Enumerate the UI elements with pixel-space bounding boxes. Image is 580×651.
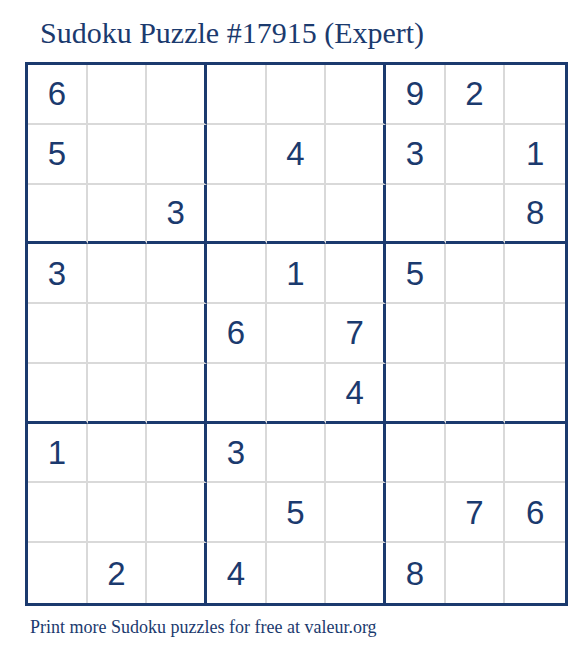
cell-r3c8[interactable] [446,185,506,245]
cell-r5c3[interactable] [147,304,207,364]
cell-r8c9[interactable]: 6 [505,483,565,543]
cell-r4c7[interactable]: 5 [386,244,446,304]
cell-r2c5[interactable]: 4 [267,125,327,185]
cell-r4c1[interactable]: 3 [28,244,88,304]
cell-r9c2[interactable]: 2 [88,543,148,603]
cell-r3c5[interactable] [267,185,327,245]
cell-r6c5[interactable] [267,364,327,424]
cell-r1c6[interactable] [326,65,386,125]
cell-r2c9[interactable]: 1 [505,125,565,185]
cell-r2c8[interactable] [446,125,506,185]
cell-r9c4[interactable]: 4 [207,543,267,603]
cell-r6c9[interactable] [505,364,565,424]
cell-r8c4[interactable] [207,483,267,543]
cell-r9c7[interactable]: 8 [386,543,446,603]
cell-r7c2[interactable] [88,424,148,484]
cell-r6c7[interactable] [386,364,446,424]
cell-r2c7[interactable]: 3 [386,125,446,185]
cell-r8c5[interactable]: 5 [267,483,327,543]
cell-r5c6[interactable]: 7 [326,304,386,364]
cell-r4c2[interactable] [88,244,148,304]
cell-r9c3[interactable] [147,543,207,603]
cell-r8c2[interactable] [88,483,148,543]
cell-r6c1[interactable] [28,364,88,424]
cell-r2c2[interactable] [88,125,148,185]
cell-r7c3[interactable] [147,424,207,484]
cell-r7c7[interactable] [386,424,446,484]
cell-r3c4[interactable] [207,185,267,245]
cell-r6c4[interactable] [207,364,267,424]
cell-r8c8[interactable]: 7 [446,483,506,543]
cell-r5c8[interactable] [446,304,506,364]
cell-r4c4[interactable] [207,244,267,304]
cell-r9c6[interactable] [326,543,386,603]
cell-r2c1[interactable]: 5 [28,125,88,185]
cell-r7c1[interactable]: 1 [28,424,88,484]
cell-r6c3[interactable] [147,364,207,424]
page-title: Sudoku Puzzle #17915 (Expert) [40,15,424,51]
cell-r4c6[interactable] [326,244,386,304]
cell-r1c3[interactable] [147,65,207,125]
cell-r4c5[interactable]: 1 [267,244,327,304]
cell-r2c3[interactable] [147,125,207,185]
cell-r4c9[interactable] [505,244,565,304]
cell-r3c2[interactable] [88,185,148,245]
cell-r1c2[interactable] [88,65,148,125]
cell-r3c3[interactable]: 3 [147,185,207,245]
cell-r6c2[interactable] [88,364,148,424]
cell-r8c3[interactable] [147,483,207,543]
cell-r3c1[interactable] [28,185,88,245]
cell-r9c5[interactable] [267,543,327,603]
cell-r7c8[interactable] [446,424,506,484]
cell-r1c9[interactable] [505,65,565,125]
cell-r8c6[interactable] [326,483,386,543]
cell-r4c8[interactable] [446,244,506,304]
cell-r1c1[interactable]: 6 [28,65,88,125]
cell-r7c5[interactable] [267,424,327,484]
cell-r2c6[interactable] [326,125,386,185]
cell-r1c8[interactable]: 2 [446,65,506,125]
footer-text: Print more Sudoku puzzles for free at va… [30,615,377,639]
cell-r3c6[interactable] [326,185,386,245]
cell-r7c9[interactable] [505,424,565,484]
cell-r4c3[interactable] [147,244,207,304]
cell-r8c1[interactable] [28,483,88,543]
cell-r5c4[interactable]: 6 [207,304,267,364]
cell-r7c6[interactable] [326,424,386,484]
cell-r1c4[interactable] [207,65,267,125]
cell-r2c4[interactable] [207,125,267,185]
cell-r5c5[interactable] [267,304,327,364]
cell-r9c9[interactable] [505,543,565,603]
cell-r5c7[interactable] [386,304,446,364]
cell-r8c7[interactable] [386,483,446,543]
cell-r1c5[interactable] [267,65,327,125]
cell-r6c6[interactable]: 4 [326,364,386,424]
cell-r9c8[interactable] [446,543,506,603]
cell-r6c8[interactable] [446,364,506,424]
cell-r1c7[interactable]: 9 [386,65,446,125]
cell-r5c2[interactable] [88,304,148,364]
cell-r5c1[interactable] [28,304,88,364]
sudoku-board: 69254313831567413576248 [25,62,568,606]
cell-r9c1[interactable] [28,543,88,603]
cell-r7c4[interactable]: 3 [207,424,267,484]
cell-r3c7[interactable] [386,185,446,245]
cell-r3c9[interactable]: 8 [505,185,565,245]
cell-r5c9[interactable] [505,304,565,364]
